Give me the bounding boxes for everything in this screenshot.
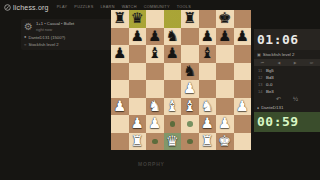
piece-white-rook[interactable]: ♜ xyxy=(131,133,144,151)
square-c5[interactable] xyxy=(146,63,164,81)
piece-black-rook[interactable]: ♜ xyxy=(183,10,196,28)
white-move[interactable]: Be3 xyxy=(266,89,290,94)
square-e3[interactable]: ♝ xyxy=(181,98,199,116)
chess-board[interactable]: ♜♛♜♚♟♟♞♟♟♟♟♝♟♝♞♟♟♞♝♝♞♟♟♟♟♟♜♛♜♚ xyxy=(111,10,251,150)
piece-white-pawn[interactable]: ♟ xyxy=(131,115,144,133)
square-b1[interactable]: ♜ xyxy=(129,133,147,151)
square-d8[interactable] xyxy=(164,10,182,28)
square-d4[interactable] xyxy=(164,80,182,98)
game-meta-box: ⚙ 1+1 • Casual • Bullet right now ● Dant… xyxy=(21,19,113,50)
game-start-time: right now xyxy=(36,27,74,32)
square-b8[interactable]: ♛ xyxy=(129,10,147,28)
nav-item-tools[interactable]: Tools xyxy=(177,5,191,9)
square-h8[interactable] xyxy=(234,10,252,28)
square-e6[interactable] xyxy=(181,45,199,63)
square-d6[interactable]: ♟ xyxy=(164,45,182,63)
white-move[interactable]: 0-0 xyxy=(266,82,290,87)
square-f8[interactable] xyxy=(199,10,217,28)
square-e1[interactable] xyxy=(181,133,199,151)
piece-black-king[interactable]: ♚ xyxy=(218,10,231,28)
square-g5[interactable] xyxy=(216,63,234,81)
first-move-icon[interactable]: ⏮ xyxy=(261,61,264,65)
square-e2[interactable] xyxy=(181,115,199,133)
white-player-line[interactable]: ● DanteD131 (1500?) xyxy=(24,35,110,40)
piece-black-bishop[interactable]: ♝ xyxy=(201,45,214,63)
square-a8[interactable]: ♜ xyxy=(111,10,129,28)
move-hint-dot-d2[interactable] xyxy=(170,121,176,127)
square-b6[interactable] xyxy=(129,45,147,63)
square-h6[interactable] xyxy=(234,45,252,63)
time-control-label: 1+1 • Casual • Bullet xyxy=(36,21,74,26)
square-d1[interactable]: ♛ xyxy=(164,133,182,151)
black-clock: 01:06 xyxy=(254,29,320,50)
move-hint-dot-e2[interactable] xyxy=(187,121,193,127)
top-player-row[interactable]: ▣ Stockfish level 2 xyxy=(254,51,320,58)
square-g8[interactable]: ♚ xyxy=(216,10,234,28)
piece-white-rook[interactable]: ♜ xyxy=(201,133,214,151)
white-player-name: DanteD131 (1500?) xyxy=(28,35,65,40)
nav-item-learn[interactable]: Learn xyxy=(101,5,115,9)
move-row: 12Bd3 xyxy=(254,74,320,81)
piece-black-knight[interactable]: ♞ xyxy=(183,63,196,81)
piece-white-pawn[interactable]: ♟ xyxy=(201,115,214,133)
square-g2[interactable]: ♟ xyxy=(216,115,234,133)
piece-black-bishop[interactable]: ♝ xyxy=(148,45,161,63)
piece-black-queen[interactable]: ♛ xyxy=(131,10,144,28)
piece-white-knight[interactable]: ♞ xyxy=(148,98,161,116)
nav-item-community[interactable]: Community xyxy=(144,5,170,9)
draw-offer-button[interactable]: ½ xyxy=(293,95,298,103)
move-nav-bar: ⏮◀▶⏭ xyxy=(254,59,320,66)
bottom-player-name: DanteD131 xyxy=(261,105,283,110)
square-a2[interactable] xyxy=(111,115,129,133)
piece-black-pawn[interactable]: ♟ xyxy=(131,28,144,46)
square-b2[interactable]: ♟ xyxy=(129,115,147,133)
piece-black-pawn[interactable]: ♟ xyxy=(148,28,161,46)
move-list[interactable]: 11Bg512Bd3130-014Be3 xyxy=(254,67,320,95)
white-move[interactable]: Bg5 xyxy=(266,68,290,73)
square-h5[interactable] xyxy=(234,63,252,81)
square-f5[interactable] xyxy=(199,63,217,81)
square-c3[interactable]: ♞ xyxy=(146,98,164,116)
square-h4[interactable] xyxy=(234,80,252,98)
piece-black-pawn[interactable]: ♟ xyxy=(113,45,126,63)
piece-white-pawn[interactable]: ♟ xyxy=(148,115,161,133)
square-a4[interactable] xyxy=(111,80,129,98)
piece-white-bishop[interactable]: ♝ xyxy=(166,98,179,116)
game-action-buttons: ↶ ½ xyxy=(254,95,320,103)
lichess-game-screen: lichess.org PlayPuzzlesLearnWatchCommuni… xyxy=(0,0,320,180)
next-move-icon[interactable]: ▶ xyxy=(294,61,297,65)
square-f6[interactable]: ♝ xyxy=(199,45,217,63)
move-row: 130-0 xyxy=(254,81,320,88)
square-c1[interactable] xyxy=(146,133,164,151)
square-c4[interactable] xyxy=(146,80,164,98)
square-g6[interactable] xyxy=(216,45,234,63)
square-c2[interactable]: ♟ xyxy=(146,115,164,133)
square-h7[interactable]: ♟ xyxy=(234,28,252,46)
move-hint-dot-c1[interactable] xyxy=(152,139,158,145)
engine-icon: ▣ xyxy=(257,52,261,57)
piece-white-knight[interactable]: ♞ xyxy=(201,98,214,116)
move-row: 14Be3 xyxy=(254,88,320,95)
prev-move-icon[interactable]: ◀ xyxy=(277,61,280,65)
nav-item-watch[interactable]: Watch xyxy=(122,5,137,9)
watermark-text: MORPHY xyxy=(138,161,165,167)
white-color-icon: ● xyxy=(24,35,26,39)
nav-item-puzzles[interactable]: Puzzles xyxy=(74,5,93,9)
move-number: 13 xyxy=(254,82,266,87)
white-clock-active: 00:59 xyxy=(254,112,320,132)
piece-white-king[interactable]: ♚ xyxy=(218,133,231,151)
move-row: 11Bg5 xyxy=(254,67,320,74)
square-a6[interactable]: ♟ xyxy=(111,45,129,63)
black-color-icon: ○ xyxy=(24,43,26,47)
square-g1[interactable]: ♚ xyxy=(216,133,234,151)
square-g4[interactable] xyxy=(216,80,234,98)
piece-white-bishop[interactable]: ♝ xyxy=(183,98,196,116)
square-e5[interactable]: ♞ xyxy=(181,63,199,81)
nav-item-play[interactable]: Play xyxy=(57,5,68,9)
square-h2[interactable] xyxy=(234,115,252,133)
square-h1[interactable] xyxy=(234,133,252,151)
top-player-name: Stockfish level 2 xyxy=(263,52,295,57)
square-b7[interactable]: ♟ xyxy=(129,28,147,46)
piece-black-pawn[interactable]: ♟ xyxy=(236,28,249,46)
piece-black-pawn[interactable]: ♟ xyxy=(201,28,214,46)
square-f7[interactable]: ♟ xyxy=(199,28,217,46)
square-d2[interactable] xyxy=(164,115,182,133)
piece-white-queen[interactable]: ♛ xyxy=(166,133,179,151)
square-e8[interactable]: ♜ xyxy=(181,10,199,28)
square-g3[interactable] xyxy=(216,98,234,116)
piece-black-knight[interactable]: ♞ xyxy=(166,28,179,46)
black-player-line[interactable]: ○ Stockfish level 2 xyxy=(24,42,110,47)
lichess-knight-icon xyxy=(4,4,11,11)
piece-black-pawn[interactable]: ♟ xyxy=(166,45,179,63)
piece-white-pawn[interactable]: ♟ xyxy=(218,115,231,133)
lichess-logo[interactable]: lichess.org xyxy=(4,4,49,11)
user-dot-icon: ● xyxy=(257,106,259,110)
nav-items: PlayPuzzlesLearnWatchCommunityTools xyxy=(57,5,191,9)
white-move[interactable]: Bd3 xyxy=(266,75,290,80)
square-c8[interactable] xyxy=(146,10,164,28)
piece-white-pawn[interactable]: ♟ xyxy=(236,98,249,116)
square-d3[interactable]: ♝ xyxy=(164,98,182,116)
square-g7[interactable]: ♟ xyxy=(216,28,234,46)
bottom-player-row[interactable]: ● DanteD131 xyxy=(254,104,320,111)
black-player-name: Stockfish level 2 xyxy=(28,42,58,47)
square-f1[interactable]: ♜ xyxy=(199,133,217,151)
gear-icon: ⚙ xyxy=(24,22,33,32)
square-d5[interactable] xyxy=(164,63,182,81)
square-f4[interactable] xyxy=(199,80,217,98)
square-h3[interactable]: ♟ xyxy=(234,98,252,116)
move-number: 14 xyxy=(254,89,266,94)
square-a7[interactable] xyxy=(111,28,129,46)
square-e4[interactable]: ♟ xyxy=(181,80,199,98)
piece-white-pawn[interactable]: ♟ xyxy=(183,80,196,98)
square-a5[interactable] xyxy=(111,63,129,81)
move-number: 11 xyxy=(254,68,266,73)
square-c7[interactable]: ♟ xyxy=(146,28,164,46)
square-f2[interactable]: ♟ xyxy=(199,115,217,133)
square-e7[interactable] xyxy=(181,28,199,46)
square-b5[interactable] xyxy=(129,63,147,81)
square-d7[interactable]: ♞ xyxy=(164,28,182,46)
move-number: 12 xyxy=(254,75,266,80)
takeback-button[interactable]: ↶ xyxy=(276,95,281,103)
square-f3[interactable]: ♞ xyxy=(199,98,217,116)
square-a1[interactable] xyxy=(111,133,129,151)
piece-black-pawn[interactable]: ♟ xyxy=(218,28,231,46)
square-b4[interactable] xyxy=(129,80,147,98)
square-b3[interactable] xyxy=(129,98,147,116)
logo-text[interactable]: lichess.org xyxy=(13,4,49,11)
piece-black-rook[interactable]: ♜ xyxy=(113,10,126,28)
last-move-icon[interactable]: ⏭ xyxy=(310,61,313,65)
square-a3[interactable]: ♟ xyxy=(111,98,129,116)
square-c6[interactable]: ♝ xyxy=(146,45,164,63)
piece-white-pawn[interactable]: ♟ xyxy=(113,98,126,116)
game-meta-top: ⚙ 1+1 • Casual • Bullet right now xyxy=(24,21,110,32)
move-hint-dot-e1[interactable] xyxy=(187,139,193,145)
